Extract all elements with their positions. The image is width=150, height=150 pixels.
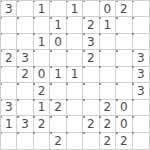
board-cell[interactable]: 1	[34, 34, 50, 50]
board-cell[interactable]	[67, 83, 83, 99]
cell-clue: 3	[87, 36, 95, 48]
board-cell[interactable]: 1	[50, 67, 66, 83]
cell-clue: 2	[104, 118, 112, 130]
board-cell[interactable]	[50, 50, 66, 66]
cell-clue: 2	[120, 3, 128, 15]
cell-clue: 2	[54, 135, 62, 147]
board-cell[interactable]	[133, 116, 149, 132]
cell-clue: 1	[5, 118, 13, 130]
cell-clue: 0	[38, 68, 46, 80]
board-cell[interactable]: 2	[34, 83, 50, 99]
lattice-dot	[132, 149, 134, 150]
board-cell[interactable]: 0	[116, 100, 132, 116]
board-cell[interactable]: 2	[83, 17, 99, 33]
board-cell[interactable]	[133, 17, 149, 33]
board-cell[interactable]	[50, 116, 66, 132]
cell-clue: 1	[71, 68, 79, 80]
board-cell[interactable]: 0	[116, 116, 132, 132]
cell-clue: 3	[137, 85, 145, 97]
board-cell[interactable]: 3	[17, 50, 33, 66]
cell-clue: 1	[54, 68, 62, 80]
cell-clue: 2	[54, 101, 62, 113]
board-cell[interactable]: 3	[133, 50, 149, 66]
lattice-dot	[17, 149, 19, 150]
cell-clue: 0	[104, 3, 112, 15]
board-cell[interactable]: 3	[1, 100, 17, 116]
cell-clue: 0	[54, 36, 62, 48]
lattice-dot	[149, 99, 150, 101]
board-cell[interactable]	[100, 50, 116, 66]
lattice-dot	[116, 149, 118, 150]
board-cell[interactable]	[1, 34, 17, 50]
board-cell[interactable]: 1	[34, 1, 50, 17]
board-cell[interactable]	[133, 34, 149, 50]
cell-clue: 2	[120, 135, 128, 147]
board-cell[interactable]: 0	[50, 34, 66, 50]
board-cell[interactable]: 1	[67, 1, 83, 17]
board-cell[interactable]	[133, 133, 149, 149]
lattice-dot	[83, 149, 85, 150]
board-cell[interactable]	[100, 67, 116, 83]
board-cell[interactable]: 3	[133, 83, 149, 99]
cell-clue: 2	[87, 52, 95, 64]
cell-clue: 3	[137, 52, 145, 64]
board-cell[interactable]	[116, 50, 132, 66]
board-cell[interactable]: 1	[34, 100, 50, 116]
board-cell[interactable]	[34, 17, 50, 33]
cell-clue: 3	[21, 52, 29, 64]
cell-clue: 3	[137, 68, 145, 80]
cell-clue: 2	[104, 101, 112, 113]
board-cell[interactable]	[83, 1, 99, 17]
board-cell[interactable]	[67, 17, 83, 33]
cell-clue: 2	[38, 85, 46, 97]
board-cell[interactable]: 1	[67, 67, 83, 83]
cell-clue: 1	[104, 19, 112, 31]
cell-clue: 3	[5, 101, 13, 113]
lattice-dot	[149, 132, 150, 134]
board-cell[interactable]	[17, 83, 33, 99]
lattice-dot	[149, 17, 150, 19]
board-cell[interactable]	[116, 67, 132, 83]
board-cell[interactable]: 3	[1, 1, 17, 17]
slitherlink-board: 311021211032323201132331220132220222	[0, 0, 150, 150]
cell-clue: 1	[54, 19, 62, 31]
cell-clue: 1	[38, 3, 46, 15]
board-cell[interactable]: 2	[100, 116, 116, 132]
board-cell[interactable]	[17, 100, 33, 116]
lattice-dot	[149, 149, 150, 150]
lattice-dot	[33, 149, 35, 150]
board-cell[interactable]	[67, 116, 83, 132]
board-cell[interactable]	[1, 17, 17, 33]
board-cell[interactable]: 1	[100, 17, 116, 33]
board-cell[interactable]	[1, 83, 17, 99]
board-cell[interactable]	[83, 83, 99, 99]
board-cell[interactable]	[67, 100, 83, 116]
cell-clue: 2	[87, 118, 95, 130]
cell-clue: 2	[38, 118, 46, 130]
board-cell[interactable]: 2	[50, 133, 66, 149]
cell-clue: 2	[5, 52, 13, 64]
board-cell[interactable]	[50, 1, 66, 17]
lattice-dot	[0, 149, 2, 150]
cell-clue: 2	[21, 68, 29, 80]
board-cell[interactable]	[100, 34, 116, 50]
lattice-dot	[149, 33, 150, 35]
board-cell[interactable]	[133, 1, 149, 17]
cell-clue: 1	[38, 36, 46, 48]
lattice-dot	[149, 83, 150, 85]
lattice-dot	[149, 0, 150, 2]
board-cell[interactable]: 2	[116, 1, 132, 17]
lattice-dot	[99, 149, 101, 150]
cell-clue: 1	[38, 101, 46, 113]
board-cell[interactable]	[100, 83, 116, 99]
cell-clue: 3	[5, 3, 13, 15]
cell-clue: 0	[120, 101, 128, 113]
board-cell[interactable]: 2	[116, 133, 132, 149]
board-cell[interactable]: 3	[133, 67, 149, 83]
board-cell[interactable]: 2	[100, 133, 116, 149]
board-cell[interactable]	[67, 50, 83, 66]
board-cell[interactable]	[17, 34, 33, 50]
board-cell[interactable]: 2	[50, 100, 66, 116]
board-cell[interactable]: 2	[17, 67, 33, 83]
board-cell[interactable]: 2	[34, 116, 50, 132]
board-cell[interactable]: 2	[83, 50, 99, 66]
board-cell[interactable]	[67, 133, 83, 149]
board-cell[interactable]	[116, 83, 132, 99]
board-cell[interactable]: 1	[50, 17, 66, 33]
lattice-dot	[50, 149, 52, 150]
board-cell[interactable]: 0	[100, 1, 116, 17]
board-cell[interactable]	[34, 133, 50, 149]
board-cell[interactable]	[1, 67, 17, 83]
lattice-dot	[149, 50, 150, 52]
board-cell[interactable]	[83, 67, 99, 83]
board-cell[interactable]	[116, 17, 132, 33]
cell-clue: 2	[104, 135, 112, 147]
board-cell[interactable]: 2	[83, 116, 99, 132]
board-cell[interactable]: 3	[83, 34, 99, 50]
board-cell[interactable]: 1	[1, 116, 17, 132]
board-cell[interactable]: 2	[100, 100, 116, 116]
board-cell[interactable]	[116, 34, 132, 50]
board-cell[interactable]	[1, 133, 17, 149]
board-cell[interactable]: 2	[1, 50, 17, 66]
board-cell[interactable]	[17, 133, 33, 149]
lattice-dot	[66, 149, 68, 150]
board-cell[interactable]	[133, 100, 149, 116]
cell-clue: 3	[21, 118, 29, 130]
board-cell[interactable]	[17, 17, 33, 33]
board-cell[interactable]	[83, 133, 99, 149]
board-cell[interactable]	[67, 34, 83, 50]
board-cell[interactable]	[17, 1, 33, 17]
cell-clue: 1	[71, 3, 79, 15]
board-cell[interactable]	[34, 50, 50, 66]
board-cell[interactable]	[83, 100, 99, 116]
board-cell[interactable]	[50, 83, 66, 99]
board-cell[interactable]: 0	[34, 67, 50, 83]
lattice-dot	[149, 116, 150, 118]
cell-clue: 0	[120, 118, 128, 130]
board-cell[interactable]: 3	[17, 116, 33, 132]
lattice-dot	[149, 66, 150, 68]
cell-clue: 2	[87, 19, 95, 31]
